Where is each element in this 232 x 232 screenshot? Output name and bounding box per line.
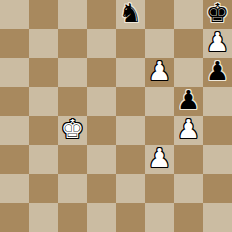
square-b7[interactable] — [29, 29, 58, 58]
square-f5[interactable] — [145, 87, 174, 116]
white-pawn[interactable]: ♟ — [206, 29, 229, 57]
square-g5[interactable]: ♟ — [174, 87, 203, 116]
square-c5[interactable] — [58, 87, 87, 116]
square-h2[interactable] — [203, 174, 232, 203]
square-f7[interactable] — [145, 29, 174, 58]
square-c1[interactable] — [58, 203, 87, 232]
square-h7[interactable]: ♟ — [203, 29, 232, 58]
square-f3[interactable]: ♟ — [145, 145, 174, 174]
square-d1[interactable] — [87, 203, 116, 232]
square-d4[interactable] — [87, 116, 116, 145]
square-b8[interactable] — [29, 0, 58, 29]
square-d7[interactable] — [87, 29, 116, 58]
square-a4[interactable] — [0, 116, 29, 145]
black-pawn[interactable]: ♟ — [177, 87, 200, 115]
square-b1[interactable] — [29, 203, 58, 232]
white-pawn[interactable]: ♟ — [148, 58, 171, 86]
square-f4[interactable] — [145, 116, 174, 145]
square-c2[interactable] — [58, 174, 87, 203]
square-h4[interactable] — [203, 116, 232, 145]
square-d6[interactable] — [87, 58, 116, 87]
square-c3[interactable] — [58, 145, 87, 174]
square-e6[interactable] — [116, 58, 145, 87]
square-c8[interactable] — [58, 0, 87, 29]
square-a7[interactable] — [0, 29, 29, 58]
square-b3[interactable] — [29, 145, 58, 174]
square-b4[interactable] — [29, 116, 58, 145]
square-d2[interactable] — [87, 174, 116, 203]
white-king[interactable]: ♚ — [61, 116, 84, 144]
square-h3[interactable] — [203, 145, 232, 174]
square-f6[interactable]: ♟ — [145, 58, 174, 87]
chess-board: ♞♚♟♟♟♟♚♟♟ — [0, 0, 232, 232]
white-pawn[interactable]: ♟ — [177, 116, 200, 144]
square-g8[interactable] — [174, 0, 203, 29]
square-a2[interactable] — [0, 174, 29, 203]
square-h6[interactable]: ♟ — [203, 58, 232, 87]
square-f8[interactable] — [145, 0, 174, 29]
square-g6[interactable] — [174, 58, 203, 87]
square-d5[interactable] — [87, 87, 116, 116]
square-g2[interactable] — [174, 174, 203, 203]
black-knight[interactable]: ♞ — [119, 0, 142, 28]
square-a6[interactable] — [0, 58, 29, 87]
square-a1[interactable] — [0, 203, 29, 232]
square-c6[interactable] — [58, 58, 87, 87]
square-a8[interactable] — [0, 0, 29, 29]
black-king[interactable]: ♚ — [206, 0, 229, 28]
square-a3[interactable] — [0, 145, 29, 174]
square-h8[interactable]: ♚ — [203, 0, 232, 29]
square-c7[interactable] — [58, 29, 87, 58]
square-g4[interactable]: ♟ — [174, 116, 203, 145]
square-e5[interactable] — [116, 87, 145, 116]
square-e4[interactable] — [116, 116, 145, 145]
square-e1[interactable] — [116, 203, 145, 232]
square-g1[interactable] — [174, 203, 203, 232]
square-e8[interactable]: ♞ — [116, 0, 145, 29]
square-b6[interactable] — [29, 58, 58, 87]
square-f1[interactable] — [145, 203, 174, 232]
black-pawn[interactable]: ♟ — [206, 58, 229, 86]
square-e2[interactable] — [116, 174, 145, 203]
square-e7[interactable] — [116, 29, 145, 58]
square-e3[interactable] — [116, 145, 145, 174]
square-c4[interactable]: ♚ — [58, 116, 87, 145]
square-b5[interactable] — [29, 87, 58, 116]
square-g7[interactable] — [174, 29, 203, 58]
square-a5[interactable] — [0, 87, 29, 116]
square-f2[interactable] — [145, 174, 174, 203]
square-g3[interactable] — [174, 145, 203, 174]
square-h5[interactable] — [203, 87, 232, 116]
square-d3[interactable] — [87, 145, 116, 174]
white-pawn[interactable]: ♟ — [148, 145, 171, 173]
square-b2[interactable] — [29, 174, 58, 203]
square-d8[interactable] — [87, 0, 116, 29]
square-h1[interactable] — [203, 203, 232, 232]
